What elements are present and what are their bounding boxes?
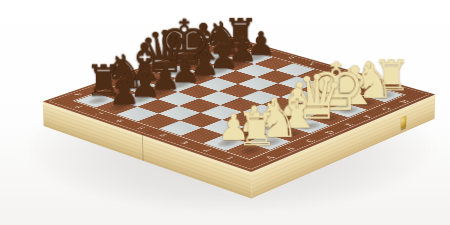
file-label-near-A: A	[262, 155, 277, 160]
brass-latch	[401, 115, 407, 130]
file-label-near-H: H	[397, 99, 411, 104]
photo-stage: AA88BB77CC66DD55EE44FF33GG22HH11 ♜♞♝♛♚♝♞…	[0, 0, 450, 225]
white-rook-glyph: ♜	[236, 108, 277, 153]
file-label-far-A: A	[71, 92, 84, 96]
rank-label-left-3: 3	[178, 140, 190, 145]
rank-label-left-6: 6	[113, 119, 125, 123]
file-label-near-G: G	[379, 106, 393, 111]
rank-label-left-4: 4	[155, 133, 167, 137]
rank-label-left-5: 5	[134, 126, 146, 130]
rank-label-left-7: 7	[92, 112, 104, 116]
rank-label-left-2: 2	[200, 148, 212, 153]
rank-label-left-1: 1	[223, 156, 235, 161]
rank-label-right-6: 6	[285, 56, 296, 60]
file-label-near-C: C	[303, 138, 317, 143]
fold-seam-side	[142, 135, 143, 161]
rank-label-left-8: 8	[71, 105, 83, 109]
black-pawn-glyph: ♟	[109, 75, 140, 110]
file-label-near-D: D	[322, 130, 336, 135]
file-label-near-B: B	[282, 146, 296, 151]
